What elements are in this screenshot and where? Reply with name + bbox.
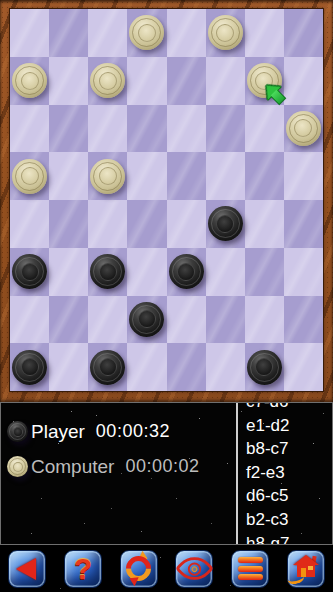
square-d3[interactable] [127, 248, 166, 296]
square-a7[interactable] [10, 57, 49, 105]
square-d5[interactable] [127, 152, 166, 200]
square-g7[interactable] [245, 57, 284, 105]
dark-piece-icon [7, 421, 28, 442]
square-d6[interactable] [127, 105, 166, 153]
light-piece[interactable] [90, 63, 125, 98]
square-g8[interactable] [245, 9, 284, 57]
move-history-panel[interactable]: c7-d6e1-d2b8-c7f2-e3d6-c5b2-c3h8-g7 [236, 403, 332, 544]
square-a5[interactable] [10, 152, 49, 200]
square-f5[interactable] [206, 152, 245, 200]
exit-button[interactable] [287, 550, 325, 588]
computer-name: Computer [31, 456, 114, 478]
square-h2[interactable] [284, 296, 323, 344]
square-b4[interactable] [49, 200, 88, 248]
board-frame [0, 0, 333, 402]
square-d8[interactable] [127, 9, 166, 57]
square-b2[interactable] [49, 296, 88, 344]
square-e1[interactable] [167, 343, 206, 391]
square-b1[interactable] [49, 343, 88, 391]
home-icon [291, 555, 321, 582]
light-piece[interactable] [12, 159, 47, 194]
square-b7[interactable] [49, 57, 88, 105]
square-b5[interactable] [49, 152, 88, 200]
help-button[interactable]: ? [64, 550, 102, 588]
restart-button[interactable] [120, 550, 158, 588]
square-h3[interactable] [284, 248, 323, 296]
square-g5[interactable] [245, 152, 284, 200]
move-entry: e1-d2 [246, 414, 332, 438]
move-entry: c7-d6 [246, 403, 332, 414]
square-c2[interactable] [88, 296, 127, 344]
square-d4[interactable] [127, 200, 166, 248]
question-mark-icon: ? [74, 554, 92, 584]
square-d7[interactable] [127, 57, 166, 105]
player-timer: 00:00:32 [96, 421, 170, 442]
info-panel: Player 00:00:32 Computer 00:00:02 c7-d6e… [0, 402, 333, 545]
toolbar: ? [0, 545, 333, 592]
dark-piece[interactable] [129, 302, 164, 337]
dark-piece[interactable] [247, 350, 282, 385]
square-e8[interactable] [167, 9, 206, 57]
square-c1[interactable] [88, 343, 127, 391]
checkers-app: Player 00:00:32 Computer 00:00:02 c7-d6e… [0, 0, 333, 592]
square-f1[interactable] [206, 343, 245, 391]
move-entry: f2-e3 [246, 461, 332, 485]
square-h8[interactable] [284, 9, 323, 57]
square-c6[interactable] [88, 105, 127, 153]
light-piece[interactable] [12, 63, 47, 98]
square-f3[interactable] [206, 248, 245, 296]
square-a3[interactable] [10, 248, 49, 296]
computer-timer: 00:00:02 [125, 456, 199, 477]
players-section: Player 00:00:32 Computer 00:00:02 [1, 403, 234, 544]
square-e2[interactable] [167, 296, 206, 344]
square-f8[interactable] [206, 9, 245, 57]
square-a6[interactable] [10, 105, 49, 153]
square-b6[interactable] [49, 105, 88, 153]
computer-row: Computer 00:00:02 [7, 449, 234, 484]
move-entry: b2-c3 [246, 508, 332, 532]
square-f2[interactable] [206, 296, 245, 344]
square-f4[interactable] [206, 200, 245, 248]
eye-icon [175, 549, 214, 588]
dark-piece[interactable] [169, 254, 204, 289]
light-piece[interactable] [208, 15, 243, 50]
square-g2[interactable] [245, 296, 284, 344]
square-a1[interactable] [10, 343, 49, 391]
square-b3[interactable] [49, 248, 88, 296]
square-g3[interactable] [245, 248, 284, 296]
square-b8[interactable] [49, 9, 88, 57]
square-e7[interactable] [167, 57, 206, 105]
square-c3[interactable] [88, 248, 127, 296]
moves-button[interactable] [231, 550, 269, 588]
square-f7[interactable] [206, 57, 245, 105]
square-h5[interactable] [284, 152, 323, 200]
dark-piece[interactable] [208, 206, 243, 241]
square-h1[interactable] [284, 343, 323, 391]
square-e5[interactable] [167, 152, 206, 200]
square-c7[interactable] [88, 57, 127, 105]
back-button[interactable] [8, 550, 46, 588]
square-e4[interactable] [167, 200, 206, 248]
square-c5[interactable] [88, 152, 127, 200]
light-piece[interactable] [129, 15, 164, 50]
move-entry: b8-c7 [246, 437, 332, 461]
list-bars-icon [238, 555, 263, 583]
square-g6[interactable] [245, 105, 284, 153]
move-entry: h8-g7 [246, 532, 332, 544]
move-list: c7-d6e1-d2b8-c7f2-e3d6-c5b2-c3h8-g7 [246, 403, 332, 544]
square-h6[interactable] [284, 105, 323, 153]
square-a4[interactable] [10, 200, 49, 248]
square-c4[interactable] [88, 200, 127, 248]
move-entry: d6-c5 [246, 484, 332, 508]
view-button[interactable] [175, 550, 213, 588]
square-g1[interactable] [245, 343, 284, 391]
square-g4[interactable] [245, 200, 284, 248]
dark-piece[interactable] [12, 254, 47, 289]
square-h4[interactable] [284, 200, 323, 248]
square-a2[interactable] [10, 296, 49, 344]
square-e3[interactable] [167, 248, 206, 296]
player-name: Player [31, 421, 85, 443]
player-row: Player 00:00:32 [7, 414, 234, 449]
dark-piece[interactable] [90, 254, 125, 289]
square-c8[interactable] [88, 9, 127, 57]
square-d1[interactable] [127, 343, 166, 391]
light-piece[interactable] [90, 159, 125, 194]
square-f6[interactable] [206, 105, 245, 153]
square-d2[interactable] [127, 296, 166, 344]
square-e6[interactable] [167, 105, 206, 153]
light-piece[interactable] [286, 111, 321, 146]
light-piece-icon [7, 456, 28, 477]
back-triangle-icon [16, 558, 36, 580]
checkers-board[interactable] [10, 9, 323, 391]
dark-piece[interactable] [12, 350, 47, 385]
square-a8[interactable] [10, 9, 49, 57]
circular-arrows-icon [125, 555, 152, 582]
dark-piece[interactable] [90, 350, 125, 385]
